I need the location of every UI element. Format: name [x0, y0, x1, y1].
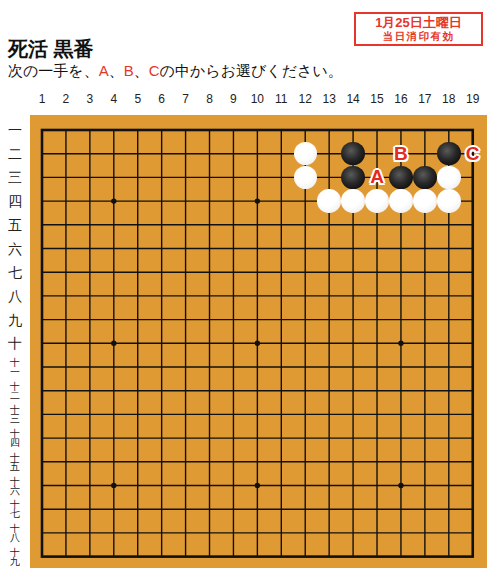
white-stone — [413, 189, 436, 212]
column-label: 13 — [322, 92, 335, 106]
star-point — [255, 483, 260, 488]
choice-marker-c[interactable]: C — [466, 144, 480, 163]
column-label: 17 — [418, 92, 431, 106]
star-point — [111, 483, 116, 488]
column-label: 9 — [230, 92, 237, 106]
white-stone — [341, 189, 364, 212]
column-label: 1 — [39, 92, 46, 106]
column-label: 5 — [134, 92, 141, 106]
column-label: 7 — [182, 92, 189, 106]
white-stone — [294, 166, 317, 189]
black-stone — [341, 166, 364, 189]
choice-marker-b[interactable]: B — [394, 144, 408, 163]
column-label: 16 — [394, 92, 407, 106]
row-label: 一 — [2, 122, 28, 138]
white-stone — [437, 166, 460, 189]
column-label: 18 — [442, 92, 455, 106]
column-label: 19 — [466, 92, 479, 106]
row-label: 十九 — [2, 548, 28, 566]
star-point — [255, 341, 260, 346]
row-label: 五 — [2, 217, 28, 233]
row-label: 十七 — [2, 500, 28, 518]
instruction-choice-letter: B — [124, 62, 134, 79]
page: 1月25日土曜日 当日消印有効 死活 黒番 次の一手を、A、B、Cの中からお選び… — [0, 0, 500, 580]
row-labels: 一二三四五六七八九十十一十二十三十四十五十六十七十八十九 — [0, 0, 28, 580]
row-label: 九 — [2, 312, 28, 328]
white-stone — [317, 189, 340, 212]
row-label: 十五 — [2, 453, 28, 471]
row-label: 四 — [2, 193, 28, 209]
row-label: 十四 — [2, 429, 28, 447]
instruction-text: 、 — [109, 62, 124, 79]
column-label: 14 — [346, 92, 359, 106]
column-label: 10 — [251, 92, 264, 106]
column-label: 6 — [158, 92, 165, 106]
row-label: 十八 — [2, 524, 28, 542]
row-label: 三 — [2, 169, 28, 185]
row-label: 十六 — [2, 477, 28, 495]
star-point — [255, 198, 260, 203]
row-label: 二 — [2, 146, 28, 162]
star-point — [398, 341, 403, 346]
white-stone — [365, 189, 388, 212]
column-label: 3 — [87, 92, 94, 106]
star-point — [111, 198, 116, 203]
row-label: 八 — [2, 288, 28, 304]
star-point — [398, 483, 403, 488]
column-label: 15 — [370, 92, 383, 106]
column-label: 4 — [110, 92, 117, 106]
black-stone — [389, 166, 412, 189]
row-label: 十三 — [2, 405, 28, 423]
row-label: 十二 — [2, 382, 28, 400]
row-label: 七 — [2, 264, 28, 280]
black-stone — [413, 166, 436, 189]
date-box-date: 1月25日土曜日 — [375, 15, 462, 30]
go-board[interactable]: ABC — [30, 115, 487, 568]
row-label: 十一 — [2, 358, 28, 376]
column-labels: 12345678910111213141516171819 — [0, 92, 500, 106]
column-label: 2 — [63, 92, 70, 106]
column-label: 12 — [299, 92, 312, 106]
white-stone — [389, 189, 412, 212]
date-box-note: 当日消印有効 — [383, 30, 455, 43]
instruction-text: の中からお選びください。 — [160, 62, 343, 79]
white-stone — [437, 189, 460, 212]
black-stone — [341, 142, 364, 165]
instruction-choice-letter: A — [99, 62, 109, 79]
row-label: 六 — [2, 241, 28, 257]
black-stone — [437, 142, 460, 165]
instruction: 次の一手を、A、B、Cの中からお選びください。 — [8, 62, 343, 81]
star-point — [111, 341, 116, 346]
choice-marker-a[interactable]: A — [370, 168, 384, 187]
date-box: 1月25日土曜日 当日消印有効 — [354, 12, 483, 46]
instruction-choice-letter: C — [149, 62, 160, 79]
instruction-text: 、 — [134, 62, 149, 79]
row-label: 十 — [2, 335, 28, 351]
column-label: 11 — [275, 92, 287, 106]
column-label: 8 — [206, 92, 213, 106]
